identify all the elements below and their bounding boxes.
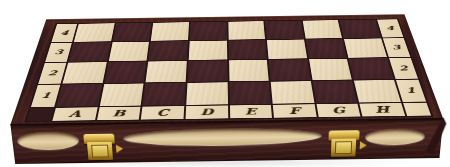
file-label-h: H xyxy=(360,103,405,116)
square-h4 xyxy=(340,20,381,38)
square-f4 xyxy=(265,21,303,39)
rank-label-right-4: 4 xyxy=(377,19,403,37)
square-c1 xyxy=(143,83,186,106)
square-a3 xyxy=(68,42,110,62)
chess-case-photo: 44332211ABCDEFGH xyxy=(0,0,450,167)
square-c3 xyxy=(149,41,188,61)
square-h1 xyxy=(354,80,401,103)
square-e1 xyxy=(229,81,271,104)
square-d4 xyxy=(190,22,227,40)
chess-case: 44332211ABCDEFGH xyxy=(0,0,450,167)
square-c2 xyxy=(146,61,187,82)
rank-label-right-2: 2 xyxy=(389,58,418,79)
square-f1 xyxy=(271,81,314,104)
square-h3 xyxy=(344,38,387,58)
center-lens-recess xyxy=(123,127,322,147)
square-a1 xyxy=(56,84,102,107)
square-c4 xyxy=(151,22,189,40)
rank-label-right-1: 1 xyxy=(396,79,426,101)
square-g1 xyxy=(312,80,357,103)
file-label-b: B xyxy=(97,107,141,121)
square-e4 xyxy=(228,21,265,39)
square-a4 xyxy=(74,23,114,41)
latch-plate-icon xyxy=(87,142,113,160)
board-lid: 44332211ABCDEFGH xyxy=(10,14,443,125)
left-oval-recess xyxy=(16,131,79,150)
square-f2 xyxy=(269,59,311,80)
square-a2 xyxy=(63,62,107,83)
left-brass-latch xyxy=(82,134,117,161)
square-e2 xyxy=(229,60,269,81)
file-label-a: A xyxy=(52,107,97,121)
latch-plate-icon xyxy=(331,138,357,156)
case-front-face xyxy=(10,118,443,164)
board-grid: 44332211ABCDEFGH xyxy=(24,18,433,122)
file-label-c: C xyxy=(141,106,184,119)
rank-label-left-4: 4 xyxy=(51,24,77,42)
square-g2 xyxy=(309,59,352,80)
square-d3 xyxy=(189,40,227,60)
border-corner-left xyxy=(26,108,53,121)
file-label-e: E xyxy=(229,105,272,118)
file-label-d: D xyxy=(185,105,227,118)
border-corner-right xyxy=(403,103,431,116)
square-g3 xyxy=(306,39,347,59)
latch-catch-icon xyxy=(116,145,123,153)
file-label-f: F xyxy=(273,104,317,117)
rank-label-right-3: 3 xyxy=(383,38,410,57)
square-d2 xyxy=(187,60,227,81)
square-b4 xyxy=(113,23,152,41)
square-e3 xyxy=(228,40,267,60)
square-d1 xyxy=(186,82,227,105)
square-h2 xyxy=(349,58,394,79)
square-b1 xyxy=(99,83,143,106)
square-b2 xyxy=(104,62,146,83)
square-f3 xyxy=(267,39,307,59)
square-b3 xyxy=(108,41,149,61)
right-brass-latch xyxy=(327,130,361,157)
square-g4 xyxy=(302,20,342,38)
right-oval-recess xyxy=(365,128,426,145)
file-label-g: G xyxy=(316,104,360,117)
drop-shadow xyxy=(40,159,420,166)
latch-catch-icon xyxy=(360,141,367,149)
